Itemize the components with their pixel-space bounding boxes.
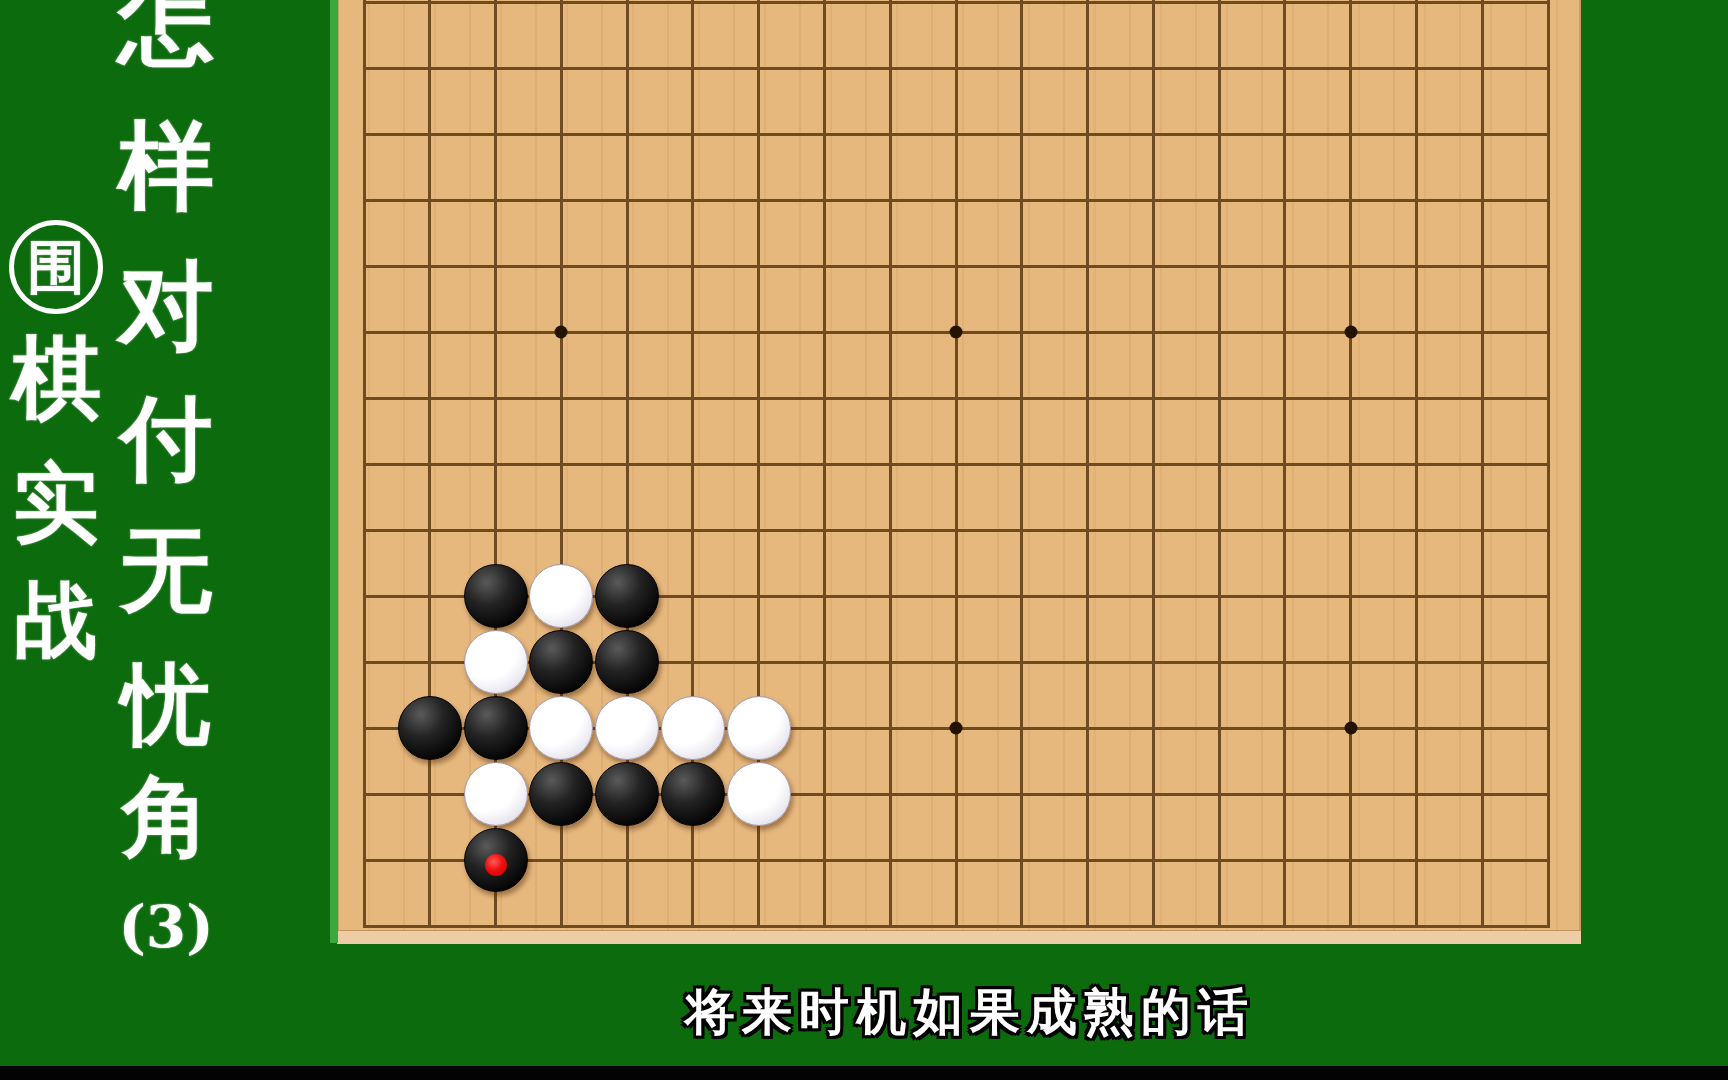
grid-line-horizontal — [363, 859, 1550, 862]
star-point — [950, 326, 963, 339]
board-frame-bottom-edge — [337, 930, 1581, 944]
letterbox-bar — [0, 1066, 1728, 1080]
stone-white — [595, 696, 659, 760]
grid-line-horizontal — [363, 397, 1550, 400]
grid-line-horizontal — [363, 529, 1550, 532]
title-char: 忧 — [122, 660, 210, 748]
stone-black — [595, 630, 659, 694]
stone-white — [464, 762, 528, 826]
title-char: 角 — [122, 772, 210, 860]
left-sidebar: 怎样对付无忧角(3) 围棋实战 — [0, 0, 337, 1080]
grid-line-horizontal — [363, 265, 1550, 268]
grid-line-horizontal — [363, 463, 1550, 466]
title-char: 付 — [120, 392, 212, 484]
title-char: (3) — [118, 898, 213, 956]
stone-black — [529, 630, 593, 694]
stone-white — [727, 696, 791, 760]
video-frame: 怎样对付无忧角(3) 围棋实战 将来时机如果成熟的话 — [0, 0, 1728, 1080]
title-char: 对 — [118, 258, 214, 354]
stone-black — [464, 564, 528, 628]
go-board — [337, 0, 1581, 943]
stone-white — [727, 762, 791, 826]
stone-white — [529, 696, 593, 760]
grid-line-horizontal — [363, 1, 1550, 4]
grid-line-horizontal — [363, 925, 1550, 928]
star-point — [950, 722, 963, 735]
stone-white — [529, 564, 593, 628]
stone-black — [464, 696, 528, 760]
star-point — [1344, 722, 1357, 735]
stone-black — [595, 762, 659, 826]
star-point — [1344, 326, 1357, 339]
board-edge-highlight — [330, 0, 338, 943]
series-char: 围 — [9, 220, 103, 314]
grid-line-horizontal — [363, 133, 1550, 136]
stone-black — [595, 564, 659, 628]
series-char: 实 — [13, 460, 99, 546]
title-char: 无 — [120, 524, 212, 616]
stone-black — [661, 762, 725, 826]
stone-black — [529, 762, 593, 826]
title-char: 怎 — [118, 0, 214, 68]
grid-line-horizontal — [363, 199, 1550, 202]
title-char: 样 — [118, 118, 214, 214]
star-point — [555, 326, 568, 339]
series-char: 棋 — [11, 332, 101, 422]
stone-white — [661, 696, 725, 760]
last-move-marker — [485, 854, 507, 876]
series-char: 战 — [15, 578, 97, 660]
stone-white — [464, 630, 528, 694]
stone-black — [398, 696, 462, 760]
grid-line-horizontal — [363, 67, 1550, 70]
subtitle-caption: 将来时机如果成熟的话 — [640, 982, 1300, 1042]
